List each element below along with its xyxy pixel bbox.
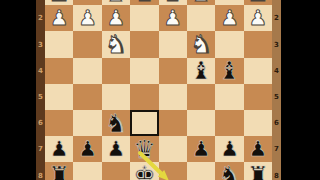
square-e6[interactable] — [130, 110, 158, 136]
square-g4[interactable] — [73, 58, 101, 84]
square-d4[interactable] — [159, 58, 187, 84]
square-e7[interactable]: ♛ — [130, 136, 158, 162]
rank-label-left-6: 6 — [36, 120, 45, 127]
black-pawn-b7: ♟ — [220, 139, 239, 160]
white-pawn-f2: ♟ — [107, 8, 126, 29]
square-g3[interactable] — [73, 31, 101, 57]
square-f4[interactable] — [102, 58, 130, 84]
square-b3[interactable] — [215, 31, 243, 57]
black-pawn-h7: ♟ — [50, 139, 69, 160]
square-h2[interactable]: ♟ — [45, 5, 73, 31]
square-c6[interactable] — [187, 110, 215, 136]
square-b5[interactable] — [215, 84, 243, 110]
square-g7[interactable]: ♟ — [73, 136, 101, 162]
rank-rail-right: 12345678 — [272, 0, 281, 180]
white-king-e1: ♚ — [133, 0, 155, 5]
square-f8[interactable] — [102, 162, 130, 180]
white-bishop-c1: ♝ — [190, 0, 212, 5]
square-b7[interactable]: ♟ — [215, 136, 243, 162]
rank-rail-left: 12345678 — [36, 0, 45, 180]
square-d2[interactable]: ♟ — [159, 5, 187, 31]
square-d8[interactable] — [159, 162, 187, 180]
square-b6[interactable] — [215, 110, 243, 136]
white-pawn-a2: ♟ — [249, 8, 268, 29]
rank-label-right-2: 2 — [272, 15, 281, 22]
square-b4[interactable]: ♝ — [215, 58, 243, 84]
square-e8[interactable]: ♚ — [130, 162, 158, 180]
rank-label-left-4: 4 — [36, 67, 45, 74]
square-c5[interactable] — [187, 84, 215, 110]
square-e5[interactable] — [130, 84, 158, 110]
rank-label-left-5: 5 — [36, 93, 45, 100]
square-c8[interactable] — [187, 162, 215, 180]
black-rook-h8: ♜ — [48, 163, 70, 180]
white-pawn-d2: ♟ — [163, 8, 182, 29]
white-rook-a1: ♜ — [247, 0, 269, 5]
white-rook-h1: ♜ — [48, 0, 70, 5]
square-e3[interactable] — [130, 31, 158, 57]
board-squares: ♜♝♚♛♝♜♟♟♟♟♟♟♞♞♝♝♞♟♟♟♛♟♟♟♜♚♞♜ — [45, 0, 272, 180]
black-pawn-f7: ♟ — [107, 139, 126, 160]
black-knight-b8: ♞ — [218, 163, 240, 180]
rank-label-right-3: 3 — [272, 41, 281, 48]
square-h7[interactable]: ♟ — [45, 136, 73, 162]
square-a6[interactable] — [244, 110, 272, 136]
rank-label-right-4: 4 — [272, 67, 281, 74]
square-e2[interactable] — [130, 5, 158, 31]
rank-label-left-2: 2 — [36, 15, 45, 22]
square-g5[interactable] — [73, 84, 101, 110]
black-pawn-c7: ♟ — [192, 139, 211, 160]
square-c3[interactable]: ♞ — [187, 31, 215, 57]
square-a7[interactable]: ♟ — [244, 136, 272, 162]
square-f5[interactable] — [102, 84, 130, 110]
rank-label-right-8: 8 — [272, 172, 281, 179]
square-h8[interactable]: ♜ — [45, 162, 73, 180]
square-h5[interactable] — [45, 84, 73, 110]
rank-label-right-5: 5 — [272, 93, 281, 100]
rank-label-right-7: 7 — [272, 146, 281, 153]
square-e4[interactable] — [130, 58, 158, 84]
black-pawn-a7: ♟ — [249, 139, 268, 160]
white-queen-d1: ♛ — [162, 0, 184, 5]
black-bishop-c4: ♝ — [190, 58, 212, 83]
square-d5[interactable] — [159, 84, 187, 110]
white-pawn-h2: ♟ — [50, 8, 69, 29]
rank-label-left-8: 8 — [36, 172, 45, 179]
square-h6[interactable] — [45, 110, 73, 136]
square-b8[interactable]: ♞ — [215, 162, 243, 180]
square-g2[interactable]: ♟ — [73, 5, 101, 31]
square-c2[interactable] — [187, 5, 215, 31]
rank-label-right-6: 6 — [272, 120, 281, 127]
square-a2[interactable]: ♟ — [244, 5, 272, 31]
black-queen-e7: ♛ — [133, 137, 155, 162]
square-d3[interactable] — [159, 31, 187, 57]
black-king-e8: ♚ — [133, 163, 155, 180]
square-a5[interactable] — [244, 84, 272, 110]
white-pawn-b2: ♟ — [220, 8, 239, 29]
square-f6[interactable]: ♞ — [102, 110, 130, 136]
square-a3[interactable] — [244, 31, 272, 57]
white-knight-c3: ♞ — [190, 32, 212, 57]
square-f3[interactable]: ♞ — [102, 31, 130, 57]
square-a8[interactable]: ♜ — [244, 162, 272, 180]
black-rook-a8: ♜ — [247, 163, 269, 180]
rank-label-left-7: 7 — [36, 146, 45, 153]
square-c4[interactable]: ♝ — [187, 58, 215, 84]
square-d7[interactable] — [159, 136, 187, 162]
rank-label-left-3: 3 — [36, 41, 45, 48]
chess-board: 12345678 12345678 ♜♝♚♛♝♜♟♟♟♟♟♟♞♞♝♝♞♟♟♟♛♟… — [0, 0, 320, 180]
black-knight-f6: ♞ — [105, 111, 127, 136]
square-b2[interactable]: ♟ — [215, 5, 243, 31]
square-f7[interactable]: ♟ — [102, 136, 130, 162]
square-g8[interactable] — [73, 162, 101, 180]
white-knight-f3: ♞ — [105, 32, 127, 57]
white-pawn-g2: ♟ — [78, 8, 97, 29]
square-g6[interactable] — [73, 110, 101, 136]
square-h4[interactable] — [45, 58, 73, 84]
square-d6[interactable] — [159, 110, 187, 136]
square-f2[interactable]: ♟ — [102, 5, 130, 31]
square-h3[interactable] — [45, 31, 73, 57]
white-bishop-f1: ♝ — [105, 0, 127, 5]
square-a4[interactable] — [244, 58, 272, 84]
square-c7[interactable]: ♟ — [187, 136, 215, 162]
black-bishop-b4: ♝ — [218, 58, 240, 83]
black-pawn-g7: ♟ — [78, 139, 97, 160]
